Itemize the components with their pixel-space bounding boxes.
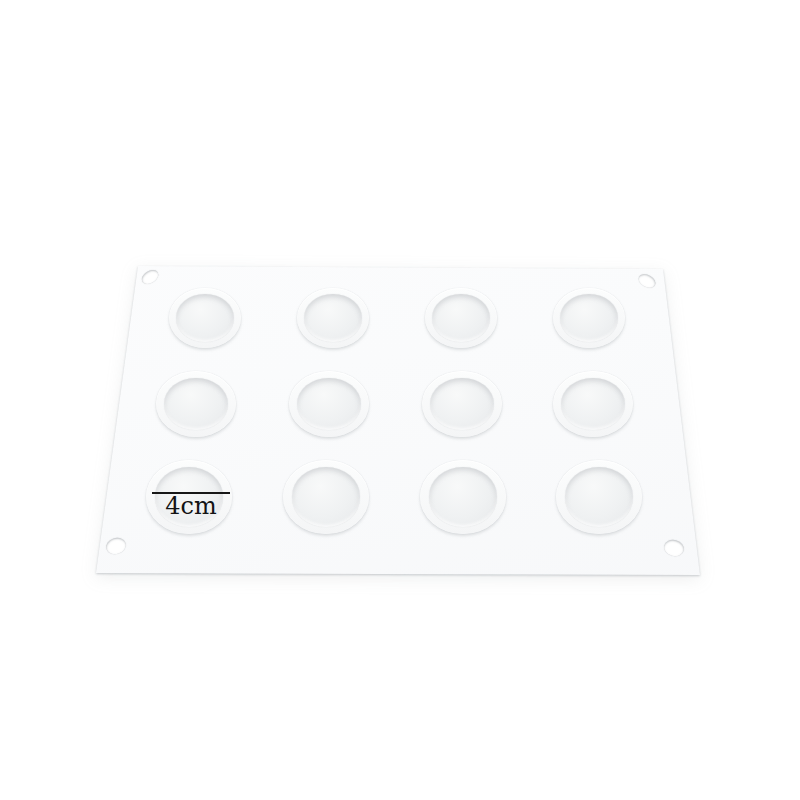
product-photo: 4cm (0, 0, 800, 800)
mold-cavity-r3c2 (283, 460, 369, 534)
mold-cavity-r2c4 (553, 371, 633, 437)
cavity-depression (297, 378, 361, 431)
cavity-depression (176, 294, 234, 342)
cavity-depression (164, 378, 228, 431)
cavity-depression (429, 467, 498, 526)
mold-cavity-r1c1 (169, 288, 241, 348)
mold-cavity-r1c2 (297, 288, 369, 348)
cavity-depression (561, 378, 625, 431)
dimension-label: 4cm (150, 494, 232, 518)
mold-mat (0, 0, 800, 800)
cavity-depression (304, 294, 362, 342)
mold-cavity-r1c3 (425, 288, 497, 348)
mold-cavity-r2c3 (422, 371, 502, 437)
mold-cavity-r1c4 (553, 288, 625, 348)
cavity-depression (565, 467, 634, 526)
cavity-depression (560, 294, 618, 342)
mold-mat-shadow (0, 0, 800, 800)
mold-cavity-r3c3 (420, 460, 506, 534)
mold-cavity-r2c1 (156, 371, 236, 437)
mold-cavity-r2c2 (289, 371, 369, 437)
mold-cavity-r3c4 (556, 460, 642, 534)
cavity-depression (432, 294, 490, 342)
cavity-depression (430, 378, 494, 431)
cavity-depression (292, 467, 361, 526)
